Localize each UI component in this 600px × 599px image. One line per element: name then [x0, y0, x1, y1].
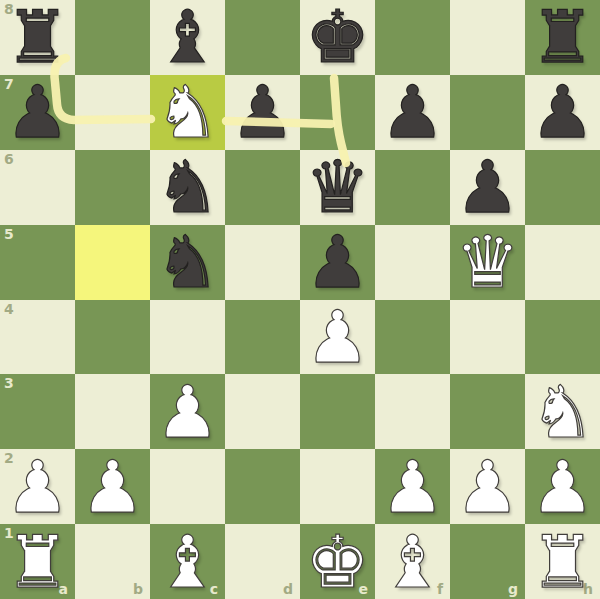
piece-black-pawn[interactable]: ♟: [380, 76, 445, 148]
square-c7[interactable]: ♞: [150, 75, 225, 150]
piece-white-pawn[interactable]: ♟: [305, 301, 370, 373]
square-e1[interactable]: e♚: [300, 524, 375, 599]
square-b2[interactable]: ♟: [75, 449, 150, 524]
chess-board: 8♜♝♚♜7♟♞♟♟♟6♞♛♟5♞♟♛4♟3♟♞2♟♟♟♟♟1a♜bc♝de♚f…: [0, 0, 600, 599]
piece-white-bishop[interactable]: ♝: [380, 526, 445, 598]
square-g7[interactable]: [450, 75, 525, 150]
piece-black-pawn[interactable]: ♟: [455, 151, 520, 223]
square-b6[interactable]: [75, 150, 150, 225]
piece-black-bishop[interactable]: ♝: [155, 1, 220, 73]
square-f7[interactable]: ♟: [375, 75, 450, 150]
square-a7[interactable]: 7♟: [0, 75, 75, 150]
square-d3[interactable]: [225, 374, 300, 449]
square-f8[interactable]: [375, 0, 450, 75]
piece-white-pawn[interactable]: ♟: [155, 376, 220, 448]
rank-label-4: 4: [4, 301, 14, 318]
square-h6[interactable]: [525, 150, 600, 225]
square-h5[interactable]: [525, 225, 600, 300]
square-c1[interactable]: c♝: [150, 524, 225, 599]
square-g8[interactable]: [450, 0, 525, 75]
square-d1[interactable]: d: [225, 524, 300, 599]
square-c8[interactable]: ♝: [150, 0, 225, 75]
square-a3[interactable]: 3: [0, 374, 75, 449]
square-b3[interactable]: [75, 374, 150, 449]
square-e2[interactable]: [300, 449, 375, 524]
square-e4[interactable]: ♟: [300, 300, 375, 375]
square-c6[interactable]: ♞: [150, 150, 225, 225]
square-b4[interactable]: [75, 300, 150, 375]
square-e7[interactable]: [300, 75, 375, 150]
square-a4[interactable]: 4: [0, 300, 75, 375]
square-g6[interactable]: ♟: [450, 150, 525, 225]
square-a5[interactable]: 5: [0, 225, 75, 300]
square-e6[interactable]: ♛: [300, 150, 375, 225]
square-h4[interactable]: [525, 300, 600, 375]
square-f3[interactable]: [375, 374, 450, 449]
square-h3[interactable]: ♞: [525, 374, 600, 449]
square-a2[interactable]: 2♟: [0, 449, 75, 524]
square-g3[interactable]: [450, 374, 525, 449]
square-a1[interactable]: 1a♜: [0, 524, 75, 599]
piece-white-rook[interactable]: ♜: [5, 526, 70, 598]
square-d2[interactable]: [225, 449, 300, 524]
file-label-b: b: [133, 581, 143, 598]
square-c5[interactable]: ♞: [150, 225, 225, 300]
square-f1[interactable]: f♝: [375, 524, 450, 599]
piece-black-pawn[interactable]: ♟: [230, 76, 295, 148]
piece-white-pawn[interactable]: ♟: [530, 451, 595, 523]
square-h7[interactable]: ♟: [525, 75, 600, 150]
piece-white-queen[interactable]: ♛: [455, 226, 520, 298]
piece-white-pawn[interactable]: ♟: [380, 451, 445, 523]
square-f2[interactable]: ♟: [375, 449, 450, 524]
square-d6[interactable]: [225, 150, 300, 225]
file-label-g: g: [508, 581, 518, 598]
square-f5[interactable]: [375, 225, 450, 300]
square-h2[interactable]: ♟: [525, 449, 600, 524]
square-b5[interactable]: [75, 225, 150, 300]
square-a6[interactable]: 6: [0, 150, 75, 225]
square-c3[interactable]: ♟: [150, 374, 225, 449]
square-e5[interactable]: ♟: [300, 225, 375, 300]
piece-white-rook[interactable]: ♜: [530, 526, 595, 598]
piece-white-knight[interactable]: ♞: [155, 76, 220, 148]
square-h1[interactable]: h♜: [525, 524, 600, 599]
square-d8[interactable]: [225, 0, 300, 75]
rank-label-5: 5: [4, 226, 14, 243]
square-c4[interactable]: [150, 300, 225, 375]
square-g1[interactable]: g: [450, 524, 525, 599]
square-a8[interactable]: 8♜: [0, 0, 75, 75]
square-e8[interactable]: ♚: [300, 0, 375, 75]
square-c2[interactable]: [150, 449, 225, 524]
square-b8[interactable]: [75, 0, 150, 75]
piece-black-knight[interactable]: ♞: [155, 226, 220, 298]
piece-white-pawn[interactable]: ♟: [455, 451, 520, 523]
square-d7[interactable]: ♟: [225, 75, 300, 150]
square-d5[interactable]: [225, 225, 300, 300]
piece-black-queen[interactable]: ♛: [305, 151, 370, 223]
piece-white-pawn[interactable]: ♟: [5, 451, 70, 523]
piece-white-king[interactable]: ♚: [305, 526, 370, 598]
piece-white-bishop[interactable]: ♝: [155, 526, 220, 598]
piece-white-pawn[interactable]: ♟: [80, 451, 145, 523]
piece-black-rook[interactable]: ♜: [5, 1, 70, 73]
square-b7[interactable]: [75, 75, 150, 150]
square-g2[interactable]: ♟: [450, 449, 525, 524]
piece-black-knight[interactable]: ♞: [155, 151, 220, 223]
square-f4[interactable]: [375, 300, 450, 375]
piece-white-knight[interactable]: ♞: [530, 376, 595, 448]
square-g5[interactable]: ♛: [450, 225, 525, 300]
rank-label-3: 3: [4, 375, 14, 392]
square-g4[interactable]: [450, 300, 525, 375]
piece-black-pawn[interactable]: ♟: [305, 226, 370, 298]
piece-black-king[interactable]: ♚: [305, 1, 370, 73]
square-d4[interactable]: [225, 300, 300, 375]
piece-black-pawn[interactable]: ♟: [530, 76, 595, 148]
piece-black-rook[interactable]: ♜: [530, 1, 595, 73]
square-h8[interactable]: ♜: [525, 0, 600, 75]
square-e3[interactable]: [300, 374, 375, 449]
square-f6[interactable]: [375, 150, 450, 225]
piece-black-pawn[interactable]: ♟: [5, 76, 70, 148]
file-label-d: d: [283, 581, 293, 598]
square-b1[interactable]: b: [75, 524, 150, 599]
